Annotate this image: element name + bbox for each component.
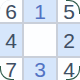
cell-r0c0: 6 xyxy=(0,0,22,22)
cell-r2c1: 3 xyxy=(24,58,56,80)
sudoku-grid: 6 1 5 4 2 7 3 4 xyxy=(0,0,80,80)
cell-r2c0: 7 xyxy=(0,58,22,80)
cell-r0c1: 1 xyxy=(24,0,56,22)
cell-r1c2: 2 xyxy=(58,24,80,56)
cell-r1c0: 4 xyxy=(0,24,22,56)
sudoku-app-icon[interactable]: 6 1 5 4 2 7 3 4 xyxy=(0,0,80,80)
cell-r2c2: 4 xyxy=(58,58,80,80)
cell-r0c2: 5 xyxy=(58,0,80,22)
cell-r1c1-empty xyxy=(24,24,56,56)
